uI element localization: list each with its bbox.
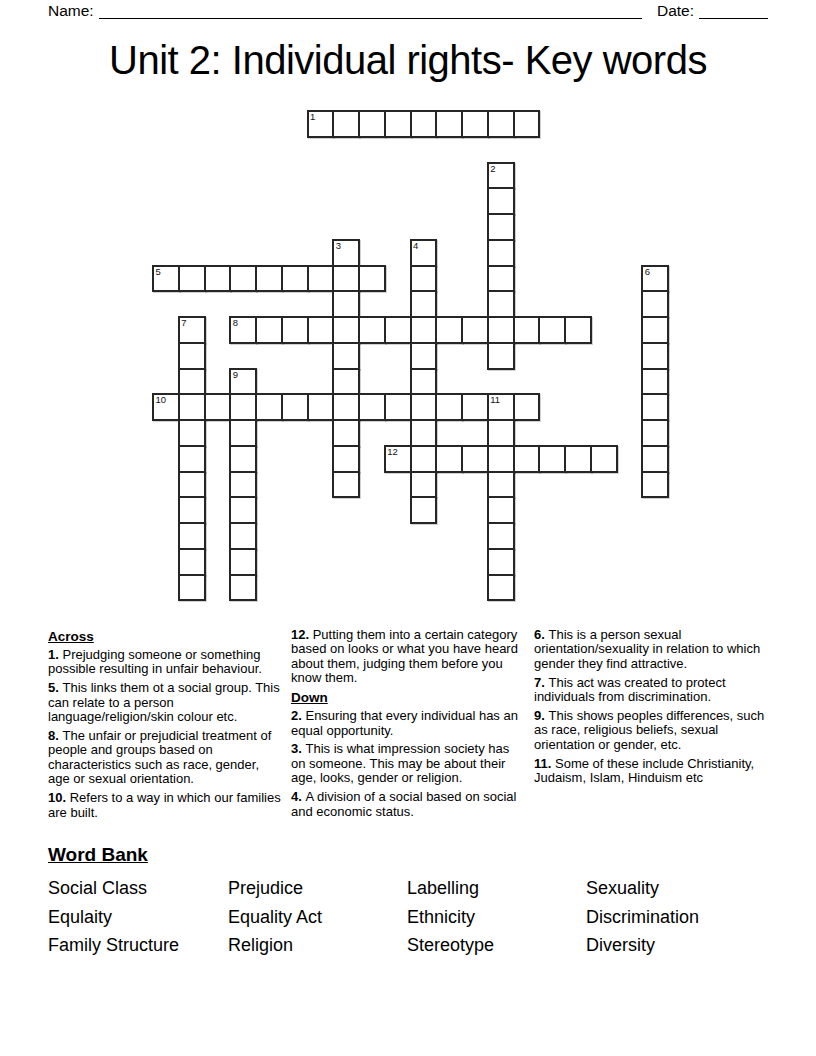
grid-cell[interactable] xyxy=(487,316,515,344)
grid-cell[interactable] xyxy=(178,393,206,421)
grid-cell[interactable] xyxy=(178,574,206,602)
clue-number-label: 11 xyxy=(534,756,555,771)
grid-cell[interactable] xyxy=(435,110,463,138)
grid-cell[interactable] xyxy=(384,316,412,344)
grid-cell[interactable] xyxy=(307,265,335,293)
grid-cell[interactable] xyxy=(332,316,360,344)
grid-cell[interactable] xyxy=(513,393,541,421)
grid-cell[interactable] xyxy=(332,342,360,370)
clue-number-label: 4 xyxy=(291,789,305,804)
word-bank-grid: Social Class Prejudice Labelling Sexuali… xyxy=(48,874,768,960)
grid-cell[interactable]: 11 xyxy=(487,393,515,421)
grid-cell[interactable] xyxy=(358,110,386,138)
grid-cell[interactable] xyxy=(564,316,592,344)
cell-clue-number: 5 xyxy=(156,267,161,277)
grid-cell[interactable] xyxy=(229,522,257,550)
grid-cell[interactable] xyxy=(435,393,463,421)
grid-cell[interactable] xyxy=(487,342,515,370)
clue-text: This act was created to protect individu… xyxy=(534,675,726,704)
grid-cell[interactable]: 6 xyxy=(641,265,669,293)
grid-cell[interactable] xyxy=(641,445,669,473)
word-bank-item: Sexuality xyxy=(586,874,768,903)
grid-cell[interactable] xyxy=(332,471,360,499)
crossword-grid: 123456789101112 xyxy=(152,110,674,608)
word-bank-item: Equlaity xyxy=(48,903,228,932)
grid-cell[interactable] xyxy=(178,548,206,576)
grid-cell[interactable] xyxy=(641,471,669,499)
grid-cell[interactable] xyxy=(178,445,206,473)
grid-cell[interactable] xyxy=(410,496,438,524)
grid-cell[interactable] xyxy=(487,419,515,447)
word-bank-item: Social Class xyxy=(48,874,228,903)
clue-across-10: 10Refers to a way in which our families … xyxy=(48,791,281,820)
date-blank-line[interactable] xyxy=(699,3,768,19)
clue-column-1: Across 1Prejudging someone or something … xyxy=(48,628,281,824)
clue-number-label: 9 xyxy=(534,708,548,723)
grid-cell[interactable] xyxy=(461,316,489,344)
grid-cell[interactable]: 1 xyxy=(307,110,335,138)
grid-cell[interactable] xyxy=(281,393,309,421)
grid-cell[interactable] xyxy=(229,265,257,293)
word-bank-item: Diversity xyxy=(586,931,768,960)
grid-cell[interactable] xyxy=(410,393,438,421)
cell-clue-number: 3 xyxy=(336,241,341,251)
clue-down-4: 4A division of a social based on social … xyxy=(291,790,524,819)
grid-cell[interactable] xyxy=(487,548,515,576)
grid-cell[interactable] xyxy=(332,265,360,293)
grid-cell[interactable]: 4 xyxy=(410,239,438,267)
clue-text: Some of these include Christianity, Juda… xyxy=(534,756,754,785)
word-bank-item: Discrimination xyxy=(586,903,768,932)
grid-cell[interactable] xyxy=(358,316,386,344)
grid-cell[interactable] xyxy=(178,342,206,370)
grid-cell[interactable] xyxy=(178,368,206,396)
cell-clue-number: 10 xyxy=(156,395,167,405)
grid-cell[interactable] xyxy=(461,393,489,421)
clue-across-1: 1Prejudging someone or something possibl… xyxy=(48,648,281,677)
grid-cell[interactable] xyxy=(487,265,515,293)
grid-cell[interactable]: 10 xyxy=(152,393,180,421)
word-bank-section: Word Bank Social Class Prejudice Labelli… xyxy=(48,843,768,960)
grid-cell[interactable] xyxy=(229,574,257,602)
grid-cell[interactable] xyxy=(384,110,412,138)
clue-across-8: 8The unfair or prejudicial treatment of … xyxy=(48,729,281,787)
name-blank-line[interactable] xyxy=(99,3,642,19)
grid-cell[interactable] xyxy=(487,187,515,215)
grid-cell[interactable] xyxy=(641,368,669,396)
grid-cell[interactable]: 8 xyxy=(229,316,257,344)
grid-cell[interactable] xyxy=(435,316,463,344)
grid-cell[interactable] xyxy=(358,265,386,293)
worksheet-page: Name: Date: Unit 2: Individual rights- K… xyxy=(0,0,816,1056)
grid-cell[interactable] xyxy=(410,471,438,499)
clue-text: This links them ot a social group. This … xyxy=(48,680,280,724)
grid-cell[interactable] xyxy=(255,265,283,293)
clue-number-label: 8 xyxy=(48,728,62,743)
word-bank-item: Equality Act xyxy=(228,903,407,932)
cell-clue-number: 4 xyxy=(413,241,418,251)
grid-cell[interactable] xyxy=(332,290,360,318)
grid-cell[interactable] xyxy=(410,265,438,293)
word-bank-item: Stereotype xyxy=(407,931,586,960)
grid-cell[interactable] xyxy=(410,445,438,473)
grid-cell[interactable] xyxy=(307,316,335,344)
grid-cell[interactable] xyxy=(384,393,412,421)
grid-cell[interactable] xyxy=(641,419,669,447)
grid-cell[interactable] xyxy=(204,393,232,421)
word-bank-item: Religion xyxy=(228,931,407,960)
grid-cell[interactable] xyxy=(332,419,360,447)
grid-cell[interactable] xyxy=(461,445,489,473)
grid-cell[interactable] xyxy=(641,342,669,370)
clue-down-9: 9This shows peoples differences, such as… xyxy=(534,709,767,752)
page-title: Unit 2: Individual rights- Key words xyxy=(0,38,816,83)
clue-number-label: 3 xyxy=(291,741,305,756)
grid-cell[interactable] xyxy=(461,110,489,138)
grid-cell[interactable] xyxy=(487,574,515,602)
grid-cell[interactable] xyxy=(487,213,515,241)
grid-cell[interactable] xyxy=(487,496,515,524)
cell-clue-number: 9 xyxy=(233,370,238,380)
date-label: Date: xyxy=(657,2,694,20)
grid-cell[interactable] xyxy=(229,445,257,473)
word-bank-item: Labelling xyxy=(407,874,586,903)
grid-cell[interactable] xyxy=(487,445,515,473)
grid-cell[interactable] xyxy=(538,316,566,344)
grid-cell[interactable] xyxy=(410,419,438,447)
grid-cell[interactable] xyxy=(487,522,515,550)
clue-number-label: 5 xyxy=(48,680,62,695)
clue-down-11: 11Some of these include Christianity, Ju… xyxy=(534,757,767,786)
grid-cell[interactable] xyxy=(255,393,283,421)
clue-number-label: 6 xyxy=(534,627,548,642)
clue-text: A division of a social based on social a… xyxy=(291,789,516,818)
name-label: Name: xyxy=(48,2,94,20)
grid-cell[interactable] xyxy=(178,419,206,447)
clue-down-2: 2Ensuring that every individual has an e… xyxy=(291,709,524,738)
grid-cell[interactable] xyxy=(229,471,257,499)
clue-text: Prejudging someone or something possible… xyxy=(48,647,262,676)
word-bank-heading: Word Bank xyxy=(48,843,768,867)
cell-clue-number: 1 xyxy=(310,112,315,122)
word-bank-item: Family Structure xyxy=(48,931,228,960)
grid-cell[interactable] xyxy=(410,342,438,370)
clue-down-6: 6This is a person sexual orientation/sex… xyxy=(534,628,767,671)
grid-cell[interactable] xyxy=(590,445,618,473)
grid-cell[interactable] xyxy=(487,110,515,138)
grid-cell[interactable] xyxy=(435,445,463,473)
grid-cell[interactable] xyxy=(204,265,232,293)
grid-cell[interactable] xyxy=(410,110,438,138)
grid-cell[interactable] xyxy=(255,316,283,344)
grid-cell[interactable] xyxy=(229,393,257,421)
grid-cell[interactable] xyxy=(487,239,515,267)
grid-cell[interactable] xyxy=(641,290,669,318)
grid-cell[interactable] xyxy=(178,265,206,293)
grid-cell[interactable] xyxy=(410,316,438,344)
cell-clue-number: 6 xyxy=(645,267,650,277)
grid-cell[interactable] xyxy=(641,316,669,344)
grid-cell[interactable]: 5 xyxy=(152,265,180,293)
cell-clue-number: 11 xyxy=(490,395,500,405)
clue-across-5: 5This links them ot a social group. This… xyxy=(48,681,281,724)
grid-cell[interactable] xyxy=(513,445,541,473)
clue-number-label: 7 xyxy=(534,675,548,690)
clue-column-3: 6This is a person sexual orientation/sex… xyxy=(534,628,767,824)
name-date-row: Name: Date: xyxy=(48,2,768,20)
clue-column-2: 12Putting them into a certain category b… xyxy=(291,628,524,824)
grid-cell[interactable] xyxy=(332,393,360,421)
grid-cell[interactable]: 2 xyxy=(487,162,515,190)
clue-number-label: 12 xyxy=(291,627,313,642)
cell-clue-number: 2 xyxy=(490,164,495,174)
clue-text: This is a person sexual orientation/sexu… xyxy=(534,627,760,671)
grid-cell[interactable] xyxy=(332,445,360,473)
word-bank-item: Ethnicity xyxy=(407,903,586,932)
grid-cell[interactable] xyxy=(358,393,386,421)
clue-down-7: 7This act was created to protect individ… xyxy=(534,676,767,705)
grid-cell[interactable] xyxy=(229,419,257,447)
clue-text: The unfair or prejudicial treatment of p… xyxy=(48,728,271,786)
grid-cell[interactable] xyxy=(538,445,566,473)
cell-clue-number: 7 xyxy=(181,318,186,328)
grid-cell[interactable]: 7 xyxy=(178,316,206,344)
grid-cell[interactable] xyxy=(487,471,515,499)
clue-text: This shows peoples differences, such as … xyxy=(534,708,764,752)
grid-cell[interactable] xyxy=(178,496,206,524)
down-heading: Down xyxy=(291,690,524,705)
grid-cell[interactable] xyxy=(229,496,257,524)
clue-number-label: 2 xyxy=(291,708,305,723)
clue-text: Ensuring that every individual has an eq… xyxy=(291,708,518,737)
clue-down-3: 3This is what impression society has on … xyxy=(291,742,524,785)
grid-cell[interactable] xyxy=(513,110,541,138)
grid-cell[interactable] xyxy=(410,290,438,318)
clue-across-12: 12Putting them into a certain category b… xyxy=(291,628,524,686)
grid-cell[interactable] xyxy=(487,290,515,318)
clue-number-label: 10 xyxy=(48,790,70,805)
grid-cell[interactable] xyxy=(307,393,335,421)
clue-text: Refers to a way in which our families ar… xyxy=(48,790,281,819)
grid-cell[interactable] xyxy=(281,316,309,344)
cell-clue-number: 12 xyxy=(387,447,398,457)
clues-section: Across 1Prejudging someone or something … xyxy=(48,628,768,824)
grid-cell[interactable]: 12 xyxy=(384,445,412,473)
across-heading: Across xyxy=(48,629,281,644)
grid-cell[interactable] xyxy=(410,368,438,396)
grid-cell[interactable] xyxy=(229,548,257,576)
clue-number-label: 1 xyxy=(48,647,62,662)
grid-cell[interactable] xyxy=(281,265,309,293)
grid-cell[interactable] xyxy=(513,316,541,344)
grid-cell[interactable] xyxy=(332,368,360,396)
grid-cell[interactable] xyxy=(178,522,206,550)
clue-text: This is what impression society has on s… xyxy=(291,741,509,785)
grid-cell[interactable] xyxy=(332,110,360,138)
grid-cell[interactable]: 3 xyxy=(332,239,360,267)
grid-cell[interactable]: 9 xyxy=(229,368,257,396)
grid-cell[interactable] xyxy=(564,445,592,473)
word-bank-item: Prejudice xyxy=(228,874,407,903)
cell-clue-number: 8 xyxy=(233,318,238,328)
grid-cell[interactable] xyxy=(178,471,206,499)
clue-text: Putting them into a certain category bas… xyxy=(291,627,518,685)
grid-cell[interactable] xyxy=(641,393,669,421)
